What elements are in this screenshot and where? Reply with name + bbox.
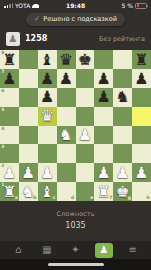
square-d7[interactable]: ♟ — [57, 69, 76, 88]
white-knight[interactable]: ♞ — [59, 128, 73, 144]
square-e1[interactable]: e — [76, 182, 95, 201]
battery-icon — [135, 3, 147, 9]
checkmark-icon: ✓ — [34, 15, 40, 23]
square-f5[interactable] — [94, 107, 113, 126]
white-king[interactable]: ♚ — [116, 184, 130, 200]
nav-tab-home-icon[interactable]: ⌂ — [9, 243, 27, 258]
white-knight[interactable]: ♞ — [21, 184, 35, 200]
file-coordinate: e — [90, 196, 93, 201]
white-pawn[interactable]: ♟ — [135, 165, 149, 181]
black-rook[interactable]: ♜ — [135, 52, 149, 68]
square-c1[interactable]: c♝ — [38, 182, 57, 201]
square-f3[interactable] — [94, 144, 113, 163]
battery-percent-label: 5 % — [122, 2, 133, 9]
square-e7[interactable] — [76, 69, 95, 88]
square-g6[interactable]: ♞ — [113, 88, 132, 107]
square-c6[interactable]: ♟ — [38, 88, 57, 107]
square-c4[interactable] — [38, 126, 57, 145]
square-a4[interactable]: 4 — [0, 126, 19, 145]
square-b6[interactable] — [19, 88, 38, 107]
square-g5[interactable] — [113, 107, 132, 126]
square-e4[interactable]: ♟ — [76, 126, 95, 145]
black-pawn[interactable]: ♟ — [40, 90, 54, 106]
square-e8[interactable]: ♚ — [76, 50, 95, 69]
square-e2[interactable] — [76, 163, 95, 182]
square-b3[interactable] — [19, 144, 38, 163]
white-bishop[interactable]: ♝ — [40, 184, 54, 200]
puzzle-rating: 1258 — [25, 34, 94, 43]
square-a7[interactable]: 7♟ — [0, 69, 19, 88]
rank-coordinate: 6 — [1, 89, 4, 94]
square-g1[interactable]: g♚ — [113, 182, 132, 201]
signal-strength-icon — [4, 3, 13, 8]
square-h3[interactable] — [132, 144, 151, 163]
solved-toast-text: Решено с подсказкой — [43, 15, 117, 23]
bottom-nav: ⌂▦✦♟≡ — [0, 241, 151, 259]
black-pawn[interactable]: ♟ — [97, 90, 111, 106]
nav-tab-lessons-icon[interactable]: ✦ — [66, 243, 84, 258]
black-pawn[interactable]: ♟ — [59, 71, 73, 87]
square-h8[interactable]: ♜ — [132, 50, 151, 69]
square-c3[interactable] — [38, 144, 57, 163]
square-a6[interactable]: 6 — [0, 88, 19, 107]
difficulty-label: Сложность — [0, 210, 151, 218]
square-f1[interactable]: f♜ — [94, 182, 113, 201]
file-coordinate: d — [71, 196, 74, 201]
square-d8[interactable]: ♛ — [57, 50, 76, 69]
black-king[interactable]: ♚ — [78, 52, 92, 68]
square-h2[interactable]: ♟ — [132, 163, 151, 182]
black-bishop[interactable]: ♝ — [40, 52, 54, 68]
nav-tab-puzzles-icon[interactable]: ♟ — [95, 243, 113, 258]
file-coordinate: h — [147, 196, 150, 201]
difficulty-section: Сложность 1035 — [0, 201, 151, 241]
black-pawn[interactable]: ♟ — [40, 71, 54, 87]
square-c7[interactable]: ♟ — [38, 69, 57, 88]
square-a2[interactable]: 2♟ — [0, 163, 19, 182]
square-d2[interactable] — [57, 163, 76, 182]
square-g4[interactable] — [113, 126, 132, 145]
square-b1[interactable]: b♞ — [19, 182, 38, 201]
nav-tab-play-icon[interactable]: ▦ — [38, 243, 56, 258]
square-b2[interactable]: ♟ — [19, 163, 38, 182]
home-indicator[interactable] — [48, 263, 104, 267]
square-h1[interactable]: h — [132, 182, 151, 201]
white-pawn[interactable]: ♟ — [78, 128, 92, 144]
square-f6[interactable]: ♟ — [94, 88, 113, 107]
square-a3[interactable]: 3 — [0, 144, 19, 163]
square-e5[interactable] — [76, 107, 95, 126]
square-d6[interactable] — [57, 88, 76, 107]
white-pawn[interactable]: ♟ — [21, 165, 35, 181]
square-f8[interactable] — [94, 50, 113, 69]
white-queen[interactable]: ♛ — [40, 109, 54, 125]
black-queen[interactable]: ♛ — [59, 52, 73, 68]
square-b4[interactable] — [19, 126, 38, 145]
square-d4[interactable]: ♞ — [57, 126, 76, 145]
square-f4[interactable] — [94, 126, 113, 145]
square-e6[interactable] — [76, 88, 95, 107]
black-knight[interactable]: ♞ — [116, 90, 130, 106]
white-pawn[interactable]: ♟ — [40, 165, 54, 181]
square-h4[interactable] — [132, 126, 151, 145]
square-b5[interactable] — [19, 107, 38, 126]
square-a5[interactable]: 5 — [0, 107, 19, 126]
solved-toast: ✓ Решено с подсказкой — [26, 13, 125, 26]
white-pawn[interactable]: ♟ — [116, 165, 130, 181]
chess-board[interactable]: 8♜♝♛♚♜7♟♟♟♟♟6♟♟♞5♛4♞♟32♟♟♟♟♟♟1a♜b♞c♝def♜… — [0, 50, 151, 201]
status-bar: YOTA 19:48 5 % — [0, 0, 151, 11]
clock: 19:48 — [66, 2, 85, 9]
player-bar: ♟ 1258 Без рейтинга — [0, 27, 151, 50]
square-h6[interactable] — [132, 88, 151, 107]
black-pawn[interactable]: ♟ — [2, 71, 16, 87]
rank-coordinate: 5 — [1, 108, 4, 113]
nav-tab-menu-icon[interactable]: ≡ — [124, 243, 142, 258]
white-rook[interactable]: ♜ — [2, 184, 16, 200]
square-e3[interactable] — [76, 144, 95, 163]
square-d3[interactable] — [57, 144, 76, 163]
square-b7[interactable] — [19, 69, 38, 88]
square-b8[interactable] — [19, 50, 38, 69]
rank-coordinate: 4 — [1, 127, 4, 132]
square-c5[interactable]: ♛ — [38, 107, 57, 126]
square-f7[interactable]: ♟ — [94, 69, 113, 88]
square-h7[interactable]: ♟ — [132, 69, 151, 88]
rank-coordinate: 3 — [1, 145, 4, 150]
square-h5[interactable] — [132, 107, 151, 126]
black-pawn[interactable]: ♟ — [135, 71, 149, 87]
white-rook[interactable]: ♜ — [97, 184, 111, 200]
white-pawn[interactable]: ♟ — [97, 165, 111, 181]
wifi-icon — [32, 3, 39, 8]
white-pawn[interactable]: ♟ — [2, 165, 16, 181]
difficulty-value: 1035 — [0, 221, 151, 230]
square-c8[interactable]: ♝ — [38, 50, 57, 69]
square-g7[interactable] — [113, 69, 132, 88]
black-pawn[interactable]: ♟ — [97, 71, 111, 87]
carrier-label: YOTA — [15, 2, 30, 9]
avatar[interactable]: ♟ — [6, 32, 20, 46]
square-c2[interactable]: ♟ — [38, 163, 57, 182]
square-d5[interactable] — [57, 107, 76, 126]
square-a1[interactable]: 1a♜ — [0, 182, 19, 201]
square-g3[interactable] — [113, 144, 132, 163]
square-f2[interactable]: ♟ — [94, 163, 113, 182]
home-indicator-area — [0, 259, 151, 270]
unrated-label: Без рейтинга — [99, 35, 145, 43]
square-a8[interactable]: 8♜ — [0, 50, 19, 69]
square-g2[interactable]: ♟ — [113, 163, 132, 182]
square-d1[interactable]: d — [57, 182, 76, 201]
square-g8[interactable] — [113, 50, 132, 69]
black-rook[interactable]: ♜ — [2, 52, 16, 68]
